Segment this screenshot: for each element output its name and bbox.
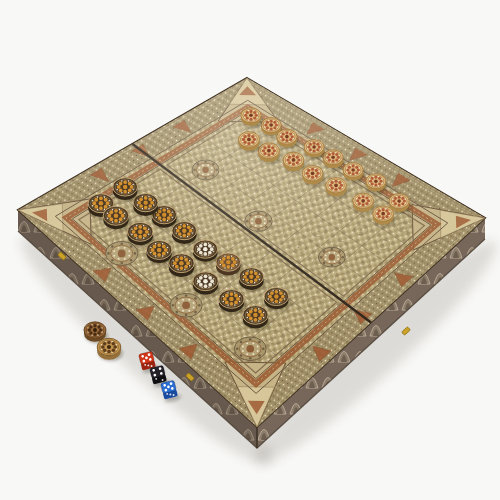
checker-dark-4[interactable] [172, 222, 199, 246]
checker-light-10[interactable] [258, 143, 281, 163]
checker-dark-5[interactable] [193, 240, 220, 264]
checker-light-5[interactable] [323, 150, 345, 170]
checker-light-9[interactable] [238, 132, 261, 153]
checker-offboard-2[interactable] [97, 338, 123, 361]
checker-dark-15[interactable] [219, 290, 246, 314]
checker-light-14[interactable] [353, 193, 376, 213]
checker-dark-1[interactable] [113, 178, 140, 202]
checker-dark-14[interactable] [193, 272, 220, 296]
checker-dark-6[interactable] [216, 253, 243, 277]
checker-light-4[interactable] [304, 140, 326, 160]
rosette-medallion [170, 293, 202, 317]
checker-dark-10[interactable] [103, 206, 131, 231]
checker-light-12[interactable] [302, 166, 325, 186]
rosette-medallion [234, 337, 266, 361]
checker-dark-8[interactable] [264, 287, 290, 311]
checker-light-15[interactable] [373, 206, 396, 226]
rosette-medallion [245, 211, 272, 231]
rosette-medallion [318, 247, 345, 267]
checker-light-13[interactable] [326, 178, 349, 198]
checker-dark-16[interactable] [243, 306, 270, 330]
checker-light-3[interactable] [277, 129, 299, 149]
backgammon-scene [0, 0, 500, 500]
checker-dark-7[interactable] [239, 268, 265, 292]
checker-light-6[interactable] [343, 163, 365, 183]
checker-light-7[interactable] [366, 174, 388, 194]
rosette-medallion [192, 160, 219, 180]
checker-light-1[interactable] [241, 108, 263, 128]
checker-dark-12[interactable] [146, 241, 174, 266]
checker-light-11[interactable] [283, 152, 306, 172]
rosette-medallion [106, 241, 138, 265]
photo-background [0, 0, 500, 500]
